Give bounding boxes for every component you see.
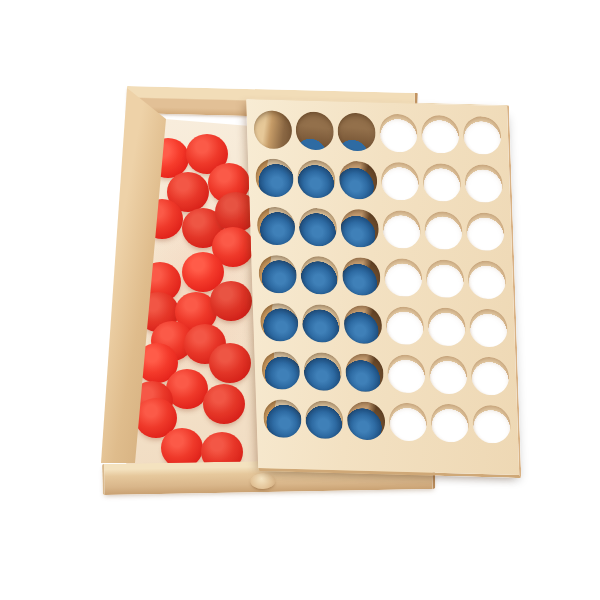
board-hole-r6c3 [345, 353, 384, 392]
board-hole-r1c5 [421, 115, 460, 154]
board-hole-r6c4 [387, 354, 426, 393]
board-hole-r7c6 [472, 405, 511, 444]
board-hole-r3c6 [466, 212, 505, 251]
board-hole-r4c1 [258, 255, 297, 294]
board-hole-r5c2 [302, 304, 341, 343]
board-hole-r7c5 [430, 404, 469, 443]
board-hole-r1c4 [379, 114, 418, 153]
board-hole-r6c5 [429, 355, 468, 394]
board-hole-r3c3 [340, 209, 379, 248]
board-hole-r5c6 [469, 308, 508, 347]
board-hole-r2c4 [380, 162, 419, 201]
board-hole-r6c2 [303, 352, 342, 391]
board-hole-r6c6 [471, 357, 510, 396]
board-hole-r3c1 [257, 206, 296, 245]
board-hole-r4c5 [425, 259, 464, 298]
board-hole-r1c1 [253, 110, 292, 149]
board-hole-r3c2 [298, 208, 337, 247]
board-hole-r7c4 [388, 402, 427, 441]
board-hole-r1c3 [337, 112, 376, 151]
board-hole-r5c5 [427, 307, 466, 346]
board-hole-r2c3 [339, 161, 378, 200]
board-hole-r4c3 [342, 257, 381, 296]
board-hole-r5c4 [385, 306, 424, 345]
board-hole-r2c5 [422, 163, 461, 202]
board-hole-r1c6 [463, 116, 502, 155]
game-board [246, 98, 521, 478]
product-photo-four-in-a-row [0, 0, 600, 600]
board-hole-r2c2 [297, 159, 336, 198]
board-hole-r1c2 [295, 111, 334, 150]
board-hole-r3c5 [424, 211, 463, 250]
board-hole-r5c3 [343, 305, 382, 344]
board-hole-r3c4 [382, 210, 421, 249]
board-hole-r5c1 [260, 303, 299, 342]
board-hole-r4c2 [300, 256, 339, 295]
board-hole-r4c6 [467, 260, 506, 299]
board-hole-r7c1 [263, 399, 302, 438]
board-hole-r2c6 [464, 164, 503, 203]
board-hole-r6c1 [261, 351, 300, 390]
board-hole-r4c4 [384, 258, 423, 297]
board-hole-r2c1 [255, 158, 294, 197]
drawer-knob [250, 473, 275, 489]
board-hole-r7c3 [347, 401, 386, 440]
board-hole-r7c2 [305, 400, 344, 439]
